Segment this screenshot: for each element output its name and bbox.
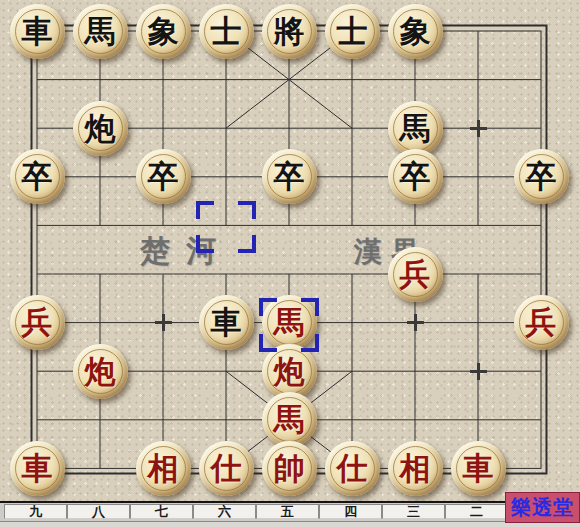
point-cross-marker [470, 120, 487, 137]
piece-glyph: 炮 [274, 356, 305, 387]
piece-glyph: 卒 [400, 161, 431, 192]
xiangqi-board[interactable]: 楚河 漢界 車馬象士將士象炮馬卒卒卒卒卒車兵兵馬兵炮炮馬車相仕帥仕相車 [0, 0, 580, 502]
piece-black-general[interactable]: 將 [262, 4, 317, 59]
file-label-strip: 九八七六五四三二 [0, 501, 580, 527]
piece-red-elephant[interactable]: 相 [388, 441, 443, 496]
piece-red-advisor[interactable]: 仕 [199, 441, 254, 496]
file-label-6: 三 [382, 504, 445, 519]
piece-black-soldier[interactable]: 卒 [514, 149, 569, 204]
file-label-2: 七 [130, 504, 193, 519]
piece-black-chariot[interactable]: 車 [10, 4, 65, 59]
file-label-4: 五 [256, 504, 319, 519]
piece-red-general[interactable]: 帥 [262, 441, 317, 496]
piece-red-chariot[interactable]: 車 [451, 441, 506, 496]
piece-black-advisor[interactable]: 士 [325, 4, 380, 59]
piece-glyph: 馬 [274, 404, 305, 435]
letou-tang-watermark: 樂透堂 [505, 492, 580, 523]
piece-black-soldier[interactable]: 卒 [388, 149, 443, 204]
piece-black-chariot[interactable]: 車 [199, 295, 254, 350]
piece-red-soldier[interactable]: 兵 [10, 295, 65, 350]
piece-glyph: 士 [211, 16, 242, 47]
piece-glyph: 象 [148, 16, 179, 47]
piece-black-horse[interactable]: 馬 [388, 101, 443, 156]
piece-red-advisor[interactable]: 仕 [325, 441, 380, 496]
piece-glyph: 相 [148, 453, 179, 484]
piece-glyph: 馬 [85, 16, 116, 47]
piece-glyph: 車 [22, 453, 53, 484]
piece-glyph: 士 [337, 16, 368, 47]
piece-red-chariot[interactable]: 車 [10, 441, 65, 496]
piece-black-soldier[interactable]: 卒 [10, 149, 65, 204]
piece-red-cannon[interactable]: 炮 [73, 344, 128, 399]
piece-glyph: 車 [22, 16, 53, 47]
river-label-chu-he: 楚河 [140, 231, 232, 272]
piece-red-horse[interactable]: 馬 [262, 392, 317, 447]
piece-glyph: 仕 [337, 453, 368, 484]
piece-red-elephant[interactable]: 相 [136, 441, 191, 496]
piece-black-cannon[interactable]: 炮 [73, 101, 128, 156]
piece-black-advisor[interactable]: 士 [199, 4, 254, 59]
piece-glyph: 相 [400, 453, 431, 484]
piece-glyph: 炮 [85, 356, 116, 387]
piece-glyph: 卒 [274, 161, 305, 192]
piece-black-elephant[interactable]: 象 [136, 4, 191, 59]
piece-glyph: 卒 [148, 161, 179, 192]
piece-glyph: 馬 [400, 113, 431, 144]
piece-glyph: 將 [274, 16, 305, 47]
piece-glyph: 卒 [526, 161, 557, 192]
piece-glyph: 車 [211, 307, 242, 338]
piece-glyph: 車 [463, 453, 494, 484]
piece-glyph: 兵 [22, 307, 53, 338]
piece-glyph: 象 [400, 16, 431, 47]
piece-glyph: 仕 [211, 453, 242, 484]
piece-red-soldier[interactable]: 兵 [514, 295, 569, 350]
point-cross-marker [407, 314, 424, 331]
file-label-5: 四 [319, 504, 382, 519]
piece-glyph: 馬 [274, 307, 305, 338]
file-label-1: 八 [67, 504, 130, 519]
piece-glyph: 兵 [526, 307, 557, 338]
piece-black-soldier[interactable]: 卒 [136, 149, 191, 204]
piece-glyph: 帥 [274, 453, 305, 484]
piece-black-horse[interactable]: 馬 [73, 4, 128, 59]
file-label-7: 二 [445, 504, 508, 519]
file-label-0: 九 [4, 504, 67, 519]
piece-red-horse[interactable]: 馬 [262, 295, 317, 350]
piece-black-soldier[interactable]: 卒 [262, 149, 317, 204]
xiangqi-app: 楚河 漢界 車馬象士將士象炮馬卒卒卒卒卒車兵兵馬兵炮炮馬車相仕帥仕相車 九八七六… [0, 0, 580, 527]
file-label-3: 六 [193, 504, 256, 519]
piece-black-elephant[interactable]: 象 [388, 4, 443, 59]
piece-glyph: 炮 [85, 113, 116, 144]
point-cross-marker [470, 363, 487, 380]
point-cross-marker [155, 314, 172, 331]
piece-red-cannon[interactable]: 炮 [262, 344, 317, 399]
strip-lower-band [0, 521, 580, 527]
piece-glyph: 兵 [400, 259, 431, 290]
piece-glyph: 卒 [22, 161, 53, 192]
piece-red-soldier[interactable]: 兵 [388, 247, 443, 302]
